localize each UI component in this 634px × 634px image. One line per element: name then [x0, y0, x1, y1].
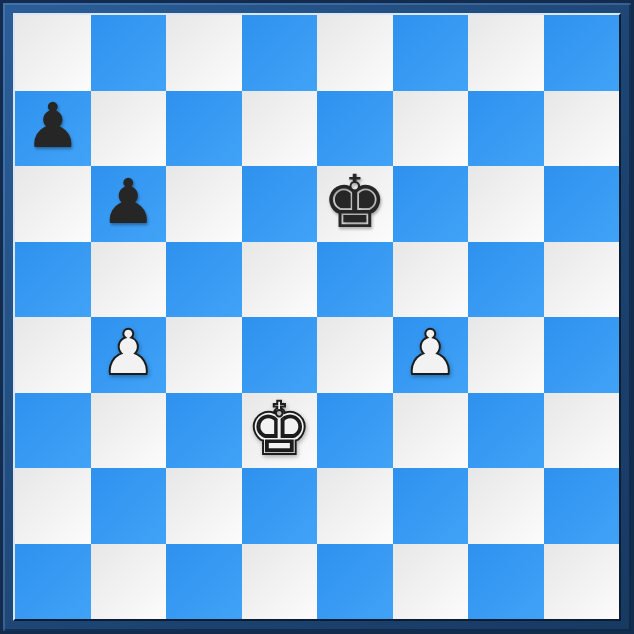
square-f8[interactable]: [393, 15, 469, 91]
square-b5[interactable]: [91, 242, 167, 318]
square-h3[interactable]: [544, 393, 620, 469]
board-frame: ♟♟♚♟♟♚: [0, 0, 634, 634]
square-c8[interactable]: [166, 15, 242, 91]
square-e1[interactable]: [317, 544, 393, 620]
square-b4[interactable]: ♟: [91, 317, 167, 393]
square-e7[interactable]: [317, 91, 393, 167]
square-e4[interactable]: [317, 317, 393, 393]
square-c7[interactable]: [166, 91, 242, 167]
square-a7[interactable]: ♟: [15, 91, 91, 167]
square-h7[interactable]: [544, 91, 620, 167]
square-h1[interactable]: [544, 544, 620, 620]
square-e6[interactable]: ♚: [317, 166, 393, 242]
square-d8[interactable]: [242, 15, 318, 91]
square-g1[interactable]: [468, 544, 544, 620]
square-d5[interactable]: [242, 242, 318, 318]
square-d7[interactable]: [242, 91, 318, 167]
square-f6[interactable]: [393, 166, 469, 242]
square-d1[interactable]: [242, 544, 318, 620]
square-c4[interactable]: [166, 317, 242, 393]
square-f3[interactable]: [393, 393, 469, 469]
square-b2[interactable]: [91, 468, 167, 544]
square-b8[interactable]: [91, 15, 167, 91]
square-f1[interactable]: [393, 544, 469, 620]
square-a4[interactable]: [15, 317, 91, 393]
square-g4[interactable]: [468, 317, 544, 393]
square-a6[interactable]: [15, 166, 91, 242]
square-e8[interactable]: [317, 15, 393, 91]
square-d3[interactable]: ♚: [242, 393, 318, 469]
square-f2[interactable]: [393, 468, 469, 544]
square-f7[interactable]: [393, 91, 469, 167]
square-a2[interactable]: [15, 468, 91, 544]
square-g2[interactable]: [468, 468, 544, 544]
square-c5[interactable]: [166, 242, 242, 318]
black-pawn[interactable]: ♟: [100, 171, 156, 233]
chess-board: ♟♟♚♟♟♚: [13, 13, 621, 621]
square-d2[interactable]: [242, 468, 318, 544]
square-c3[interactable]: [166, 393, 242, 469]
square-h5[interactable]: [544, 242, 620, 318]
square-a1[interactable]: [15, 544, 91, 620]
square-a5[interactable]: [15, 242, 91, 318]
square-h2[interactable]: [544, 468, 620, 544]
square-f4[interactable]: ♟: [393, 317, 469, 393]
square-f5[interactable]: [393, 242, 469, 318]
square-b1[interactable]: [91, 544, 167, 620]
square-h4[interactable]: [544, 317, 620, 393]
square-b6[interactable]: ♟: [91, 166, 167, 242]
square-e3[interactable]: [317, 393, 393, 469]
square-a8[interactable]: [15, 15, 91, 91]
square-h6[interactable]: [544, 166, 620, 242]
square-g3[interactable]: [468, 393, 544, 469]
square-g8[interactable]: [468, 15, 544, 91]
square-h8[interactable]: [544, 15, 620, 91]
square-a3[interactable]: [15, 393, 91, 469]
square-c2[interactable]: [166, 468, 242, 544]
black-king[interactable]: ♚: [322, 166, 387, 238]
square-g5[interactable]: [468, 242, 544, 318]
square-g6[interactable]: [468, 166, 544, 242]
square-g7[interactable]: [468, 91, 544, 167]
black-pawn[interactable]: ♟: [25, 95, 81, 157]
square-c6[interactable]: [166, 166, 242, 242]
white-pawn[interactable]: ♟: [100, 322, 156, 384]
white-king[interactable]: ♚: [247, 393, 312, 465]
square-d6[interactable]: [242, 166, 318, 242]
white-pawn[interactable]: ♟: [402, 322, 458, 384]
square-e2[interactable]: [317, 468, 393, 544]
square-b3[interactable]: [91, 393, 167, 469]
square-e5[interactable]: [317, 242, 393, 318]
square-b7[interactable]: [91, 91, 167, 167]
square-c1[interactable]: [166, 544, 242, 620]
square-d4[interactable]: [242, 317, 318, 393]
